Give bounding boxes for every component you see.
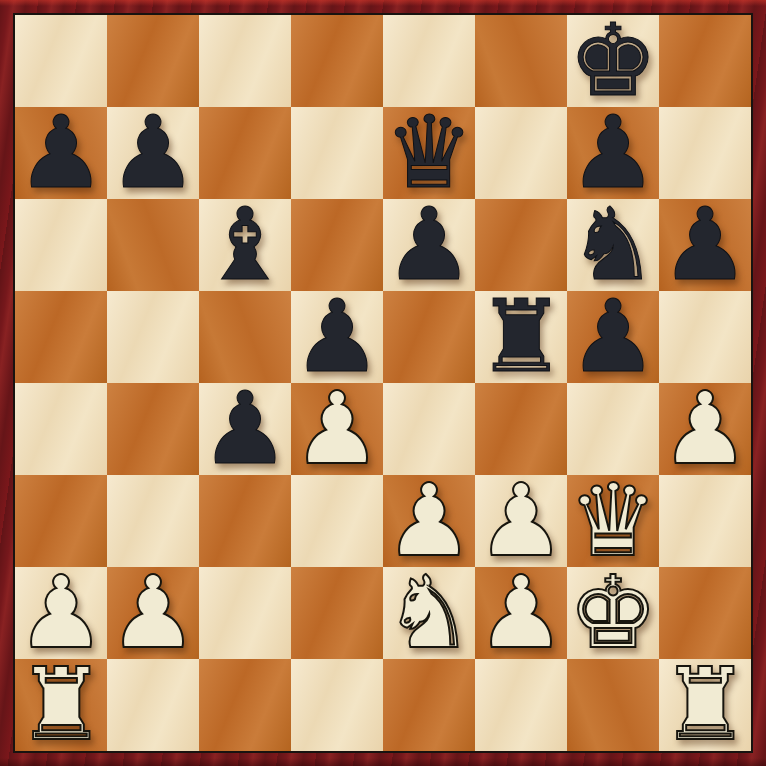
square-a6[interactable]: [15, 199, 107, 291]
white-pawn[interactable]: ♟: [108, 567, 198, 659]
square-e6[interactable]: ♟: [383, 199, 475, 291]
square-c4[interactable]: ♟: [199, 383, 291, 475]
square-c2[interactable]: [199, 567, 291, 659]
square-h3[interactable]: [659, 475, 751, 567]
square-c1[interactable]: [199, 659, 291, 751]
square-d3[interactable]: [291, 475, 383, 567]
black-pawn[interactable]: ♟: [200, 383, 290, 475]
square-f5[interactable]: ♜: [475, 291, 567, 383]
square-d8[interactable]: [291, 15, 383, 107]
square-f1[interactable]: [475, 659, 567, 751]
square-g5[interactable]: ♟: [567, 291, 659, 383]
square-d2[interactable]: [291, 567, 383, 659]
white-rook[interactable]: ♜: [660, 659, 750, 751]
square-f7[interactable]: [475, 107, 567, 199]
square-d7[interactable]: [291, 107, 383, 199]
black-pawn[interactable]: ♟: [108, 107, 198, 199]
black-pawn[interactable]: ♟: [16, 107, 106, 199]
square-h8[interactable]: [659, 15, 751, 107]
square-b5[interactable]: [107, 291, 199, 383]
square-h6[interactable]: ♟: [659, 199, 751, 291]
square-c8[interactable]: [199, 15, 291, 107]
square-b6[interactable]: [107, 199, 199, 291]
black-rook[interactable]: ♜: [476, 291, 566, 383]
square-b4[interactable]: [107, 383, 199, 475]
square-a5[interactable]: [15, 291, 107, 383]
square-g2[interactable]: ♚: [567, 567, 659, 659]
square-a7[interactable]: ♟: [15, 107, 107, 199]
square-d4[interactable]: ♟: [291, 383, 383, 475]
black-pawn[interactable]: ♟: [384, 199, 474, 291]
square-f8[interactable]: [475, 15, 567, 107]
square-b2[interactable]: ♟: [107, 567, 199, 659]
white-rook[interactable]: ♜: [16, 659, 106, 751]
square-b1[interactable]: [107, 659, 199, 751]
black-bishop[interactable]: ♝: [200, 199, 290, 291]
white-pawn[interactable]: ♟: [292, 383, 382, 475]
chess-board: ♚♟♟♛♟♝♟♞♟♟♜♟♟♟♟♟♟♛♟♟♞♟♚♜♜: [13, 13, 753, 753]
black-pawn[interactable]: ♟: [568, 291, 658, 383]
square-a1[interactable]: ♜: [15, 659, 107, 751]
white-pawn[interactable]: ♟: [660, 383, 750, 475]
square-e5[interactable]: [383, 291, 475, 383]
square-b7[interactable]: ♟: [107, 107, 199, 199]
square-g1[interactable]: [567, 659, 659, 751]
square-e1[interactable]: [383, 659, 475, 751]
black-pawn[interactable]: ♟: [660, 199, 750, 291]
square-c3[interactable]: [199, 475, 291, 567]
board-frame: ♚♟♟♛♟♝♟♞♟♟♜♟♟♟♟♟♟♛♟♟♞♟♚♜♜: [0, 0, 766, 766]
square-d1[interactable]: [291, 659, 383, 751]
square-f2[interactable]: ♟: [475, 567, 567, 659]
square-e2[interactable]: ♞: [383, 567, 475, 659]
white-pawn[interactable]: ♟: [476, 567, 566, 659]
white-knight[interactable]: ♞: [384, 567, 474, 659]
white-king[interactable]: ♚: [568, 567, 658, 659]
square-a4[interactable]: [15, 383, 107, 475]
square-c6[interactable]: ♝: [199, 199, 291, 291]
square-h4[interactable]: ♟: [659, 383, 751, 475]
square-h1[interactable]: ♜: [659, 659, 751, 751]
